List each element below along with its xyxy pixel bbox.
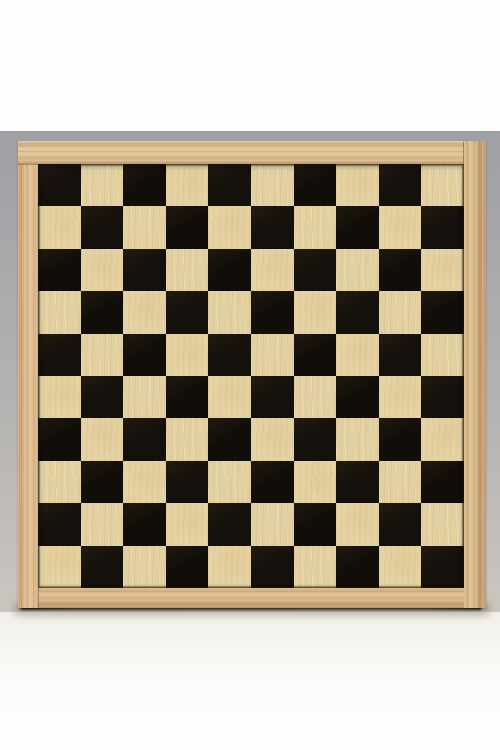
light-square-r4c5[interactable]	[208, 291, 251, 333]
dark-square-25[interactable]	[379, 334, 422, 376]
light-square-r10c5[interactable]	[208, 546, 251, 588]
light-square-r9c6[interactable]	[251, 503, 294, 545]
frame-stile-left	[18, 164, 38, 608]
dark-square-17[interactable]	[166, 291, 209, 333]
dark-square-24[interactable]	[294, 334, 337, 376]
light-square-r3c4[interactable]	[166, 249, 209, 291]
dark-square-34[interactable]	[294, 418, 337, 460]
frame-stile-right	[464, 141, 486, 608]
dark-square-31[interactable]	[38, 418, 81, 460]
light-square-r8c3[interactable]	[123, 461, 166, 503]
light-square-r4c3[interactable]	[123, 291, 166, 333]
light-square-r6c9[interactable]	[379, 376, 422, 418]
dark-square-35[interactable]	[379, 418, 422, 460]
light-square-r6c7[interactable]	[294, 376, 337, 418]
light-square-r8c9[interactable]	[379, 461, 422, 503]
light-square-r2c5[interactable]	[208, 206, 251, 248]
light-square-r9c4[interactable]	[166, 503, 209, 545]
dark-square-21[interactable]	[38, 334, 81, 376]
dark-square-10[interactable]	[421, 206, 464, 248]
dark-square-43[interactable]	[208, 503, 251, 545]
light-square-r8c7[interactable]	[294, 461, 337, 503]
light-square-r1c6[interactable]	[251, 164, 294, 206]
light-square-r5c2[interactable]	[81, 334, 124, 376]
dark-square-50[interactable]	[421, 546, 464, 588]
dark-square-6[interactable]	[81, 206, 124, 248]
light-square-r10c3[interactable]	[123, 546, 166, 588]
light-square-r1c8[interactable]	[336, 164, 379, 206]
light-square-r3c8[interactable]	[336, 249, 379, 291]
dark-square-49[interactable]	[336, 546, 379, 588]
tabletop-surface	[0, 612, 500, 750]
light-square-r2c1[interactable]	[38, 206, 81, 248]
light-square-r9c8[interactable]	[336, 503, 379, 545]
light-square-r2c7[interactable]	[294, 206, 337, 248]
light-square-r7c2[interactable]	[81, 418, 124, 460]
dark-square-39[interactable]	[336, 461, 379, 503]
light-square-r3c6[interactable]	[251, 249, 294, 291]
light-square-r7c6[interactable]	[251, 418, 294, 460]
dark-square-18[interactable]	[251, 291, 294, 333]
light-square-r10c1[interactable]	[38, 546, 81, 588]
light-square-r9c10[interactable]	[421, 503, 464, 545]
dark-square-11[interactable]	[38, 249, 81, 291]
light-square-r7c8[interactable]	[336, 418, 379, 460]
light-square-r10c7[interactable]	[294, 546, 337, 588]
light-square-r8c5[interactable]	[208, 461, 251, 503]
dark-square-44[interactable]	[294, 503, 337, 545]
photo-scene	[0, 0, 500, 750]
dark-square-36[interactable]	[81, 461, 124, 503]
dark-square-13[interactable]	[208, 249, 251, 291]
light-square-r4c1[interactable]	[38, 291, 81, 333]
dark-square-3[interactable]	[208, 164, 251, 206]
dark-square-8[interactable]	[251, 206, 294, 248]
light-square-r3c2[interactable]	[81, 249, 124, 291]
dark-square-14[interactable]	[294, 249, 337, 291]
draughts-board	[18, 141, 486, 608]
dark-square-16[interactable]	[81, 291, 124, 333]
dark-square-37[interactable]	[166, 461, 209, 503]
dark-square-28[interactable]	[251, 376, 294, 418]
light-square-r6c1[interactable]	[38, 376, 81, 418]
dark-square-1[interactable]	[38, 164, 81, 206]
light-square-r7c4[interactable]	[166, 418, 209, 460]
light-square-r8c1[interactable]	[38, 461, 81, 503]
dark-square-12[interactable]	[123, 249, 166, 291]
dark-square-29[interactable]	[336, 376, 379, 418]
dark-square-45[interactable]	[379, 503, 422, 545]
light-square-r3c10[interactable]	[421, 249, 464, 291]
light-square-r7c10[interactable]	[421, 418, 464, 460]
dark-square-15[interactable]	[379, 249, 422, 291]
light-square-r6c3[interactable]	[123, 376, 166, 418]
dark-square-26[interactable]	[81, 376, 124, 418]
dark-square-48[interactable]	[251, 546, 294, 588]
dark-square-5[interactable]	[379, 164, 422, 206]
light-square-r4c7[interactable]	[294, 291, 337, 333]
dark-square-32[interactable]	[123, 418, 166, 460]
light-square-r2c9[interactable]	[379, 206, 422, 248]
dark-square-30[interactable]	[421, 376, 464, 418]
dark-square-9[interactable]	[336, 206, 379, 248]
light-square-r5c10[interactable]	[421, 334, 464, 376]
dark-square-27[interactable]	[166, 376, 209, 418]
dark-square-4[interactable]	[294, 164, 337, 206]
dark-square-22[interactable]	[123, 334, 166, 376]
light-square-r1c4[interactable]	[166, 164, 209, 206]
light-square-r1c2[interactable]	[81, 164, 124, 206]
light-square-r5c8[interactable]	[336, 334, 379, 376]
light-square-r5c6[interactable]	[251, 334, 294, 376]
frame-rail-top	[18, 141, 464, 164]
light-square-r6c5[interactable]	[208, 376, 251, 418]
light-square-r5c4[interactable]	[166, 334, 209, 376]
dark-square-19[interactable]	[336, 291, 379, 333]
dark-square-7[interactable]	[166, 206, 209, 248]
dark-square-23[interactable]	[208, 334, 251, 376]
dark-square-40[interactable]	[421, 461, 464, 503]
dark-square-46[interactable]	[81, 546, 124, 588]
dark-square-38[interactable]	[251, 461, 294, 503]
dark-square-33[interactable]	[208, 418, 251, 460]
dark-square-42[interactable]	[123, 503, 166, 545]
dark-square-2[interactable]	[123, 164, 166, 206]
light-square-r2c3[interactable]	[123, 206, 166, 248]
dark-square-47[interactable]	[166, 546, 209, 588]
light-square-r4c9[interactable]	[379, 291, 422, 333]
dark-square-41[interactable]	[38, 503, 81, 545]
board-grid	[38, 164, 464, 588]
light-square-r1c10[interactable]	[421, 164, 464, 206]
frame-rail-bottom	[38, 588, 464, 608]
light-square-r9c2[interactable]	[81, 503, 124, 545]
light-square-r10c9[interactable]	[379, 546, 422, 588]
dark-square-20[interactable]	[421, 291, 464, 333]
